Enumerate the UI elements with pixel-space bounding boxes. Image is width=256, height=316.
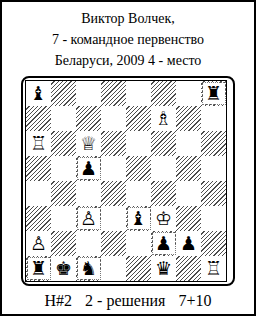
piece-black-bishop: ♝ [128, 208, 150, 229]
square-h4[interactable] [201, 181, 226, 206]
square-h6[interactable] [201, 131, 226, 156]
square-c2[interactable] [76, 231, 101, 256]
square-g4[interactable] [176, 181, 201, 206]
square-f6[interactable] [151, 131, 176, 156]
tournament-line: 7 - командное первенство [2, 29, 254, 50]
square-a3[interactable] [26, 206, 51, 231]
square-d3[interactable] [101, 206, 126, 231]
problem-header: Виктор Волчек, 7 - командное первенство … [2, 2, 254, 71]
square-c5[interactable]: ♟ [76, 156, 101, 181]
square-c3[interactable]: ♙ [76, 206, 101, 231]
square-e8[interactable] [126, 81, 151, 106]
chessboard-frame: ♝♜♗♖♕♟♙♝♔♙♟♟♜♚♞♛♖ [21, 76, 235, 286]
square-e7[interactable] [126, 106, 151, 131]
square-a6[interactable]: ♖ [26, 131, 51, 156]
piece-black-pawn: ♟ [78, 158, 100, 179]
stipulation-caption: H#2 2 - решения 7+10 [2, 292, 254, 310]
square-d1[interactable] [101, 256, 126, 281]
material-count: 7+10 [178, 292, 211, 310]
square-g3[interactable] [176, 206, 201, 231]
square-b3[interactable] [51, 206, 76, 231]
piece-black-pawn: ♟ [153, 233, 175, 254]
square-e2[interactable] [126, 231, 151, 256]
square-e4[interactable] [126, 181, 151, 206]
piece-black-bishop: ♝ [28, 83, 50, 104]
square-d5[interactable] [101, 156, 126, 181]
square-b4[interactable] [51, 181, 76, 206]
square-e5[interactable] [126, 156, 151, 181]
chessboard-inner-border: ♝♜♗♖♕♟♙♝♔♙♟♟♜♚♞♛♖ [25, 80, 227, 282]
square-f5[interactable] [151, 156, 176, 181]
square-b2[interactable] [51, 231, 76, 256]
piece-black-rook: ♜ [28, 258, 50, 279]
square-b8[interactable] [51, 81, 76, 106]
solutions-text: 2 - решения [85, 292, 165, 310]
square-h2[interactable] [201, 231, 226, 256]
square-g7[interactable] [176, 106, 201, 131]
piece-white-rook: ♖ [28, 133, 50, 154]
square-a5[interactable] [26, 156, 51, 181]
square-g8[interactable] [176, 81, 201, 106]
square-g6[interactable] [176, 131, 201, 156]
square-h1[interactable]: ♖ [201, 256, 226, 281]
square-b5[interactable] [51, 156, 76, 181]
square-f8[interactable] [151, 81, 176, 106]
author-name: Виктор Волчек, [2, 8, 254, 29]
piece-white-pawn: ♙ [28, 233, 50, 254]
square-f1[interactable]: ♛ [151, 256, 176, 281]
square-c6[interactable]: ♕ [76, 131, 101, 156]
piece-black-knight: ♞ [78, 258, 100, 279]
square-g2[interactable]: ♟ [176, 231, 201, 256]
square-g1[interactable] [176, 256, 201, 281]
square-a8[interactable]: ♝ [26, 81, 51, 106]
piece-white-rook: ♖ [203, 258, 225, 279]
piece-white-queen: ♕ [78, 133, 100, 154]
piece-white-pawn: ♙ [78, 208, 100, 229]
piece-black-pawn: ♟ [178, 233, 200, 254]
square-f2[interactable]: ♟ [151, 231, 176, 256]
square-d6[interactable] [101, 131, 126, 156]
square-e6[interactable] [126, 131, 151, 156]
square-b1[interactable]: ♚ [51, 256, 76, 281]
square-f7[interactable]: ♗ [151, 106, 176, 131]
square-e3[interactable]: ♝ [126, 206, 151, 231]
square-a1[interactable]: ♜ [26, 256, 51, 281]
square-h7[interactable] [201, 106, 226, 131]
square-c8[interactable] [76, 81, 101, 106]
square-h5[interactable] [201, 156, 226, 181]
chessboard: ♝♜♗♖♕♟♙♝♔♙♟♟♜♚♞♛♖ [26, 81, 226, 281]
square-d4[interactable] [101, 181, 126, 206]
square-b6[interactable] [51, 131, 76, 156]
square-a2[interactable]: ♙ [26, 231, 51, 256]
problem-diagram-page: Виктор Волчек, 7 - командное первенство … [0, 0, 256, 316]
square-g5[interactable] [176, 156, 201, 181]
square-c4[interactable] [76, 181, 101, 206]
square-d2[interactable] [101, 231, 126, 256]
square-f3[interactable]: ♔ [151, 206, 176, 231]
square-b7[interactable] [51, 106, 76, 131]
square-c1[interactable]: ♞ [76, 256, 101, 281]
stipulation-text: H#2 [45, 292, 73, 310]
piece-black-rook: ♜ [203, 83, 225, 104]
piece-white-king: ♔ [153, 208, 175, 229]
square-c7[interactable] [76, 106, 101, 131]
piece-white-bishop: ♗ [153, 108, 175, 129]
piece-black-queen: ♛ [153, 258, 175, 279]
square-f4[interactable] [151, 181, 176, 206]
tournament-result-line: Беларуси, 2009 4 - место [2, 50, 254, 71]
square-d8[interactable] [101, 81, 126, 106]
square-e1[interactable] [126, 256, 151, 281]
square-a7[interactable] [26, 106, 51, 131]
square-a4[interactable] [26, 181, 51, 206]
square-h3[interactable] [201, 206, 226, 231]
square-d7[interactable] [101, 106, 126, 131]
piece-black-king: ♚ [53, 258, 75, 279]
square-h8[interactable]: ♜ [201, 81, 226, 106]
